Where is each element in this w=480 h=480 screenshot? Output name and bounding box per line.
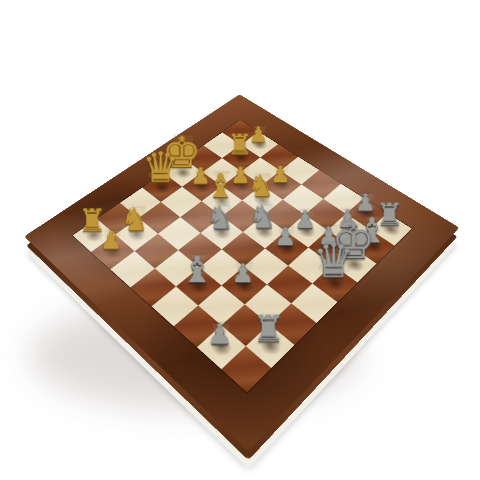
- black-pawn-icon: ♟: [183, 321, 257, 349]
- square-b4[interactable]: [262, 171, 302, 200]
- chess-board: ♚♚♛♛♜♜♜♜♝♝♞♞♞♞♟♟♟♟♟♟♟♟♟♟♚♚♛♛♜♜♜♜♝♝♝♝♞♞♞♞…: [24, 94, 460, 451]
- square-a3[interactable]: [260, 144, 298, 171]
- square-a5[interactable]: [301, 170, 341, 199]
- black-queen-icon: ♛: [299, 237, 368, 284]
- square-c2[interactable]: [203, 158, 242, 186]
- white-pawn-icon: ♟: [211, 164, 271, 187]
- piece-shadow: [226, 147, 257, 168]
- square-a4[interactable]: [280, 157, 319, 185]
- white-pawn-icon: ♟: [171, 165, 231, 188]
- white-pawn-icon: ♟: [250, 163, 310, 186]
- piece-reflection: ♟: [231, 123, 287, 144]
- piece-reflection: ♚: [154, 129, 213, 172]
- piece-reflection: ♛: [132, 146, 192, 187]
- piece-shadow: [186, 175, 218, 198]
- piece-shadow: [245, 134, 275, 154]
- piece-reflection: ♜: [212, 130, 270, 158]
- white-pawn-icon: ♟: [78, 228, 144, 253]
- white-pawn-icon: ♟: [230, 124, 287, 145]
- piece-shadow: [266, 173, 298, 196]
- square-d1[interactable]: [163, 159, 202, 187]
- piece-reflection: ♟: [212, 163, 272, 185]
- piece-shadow: [146, 176, 178, 199]
- square-b3[interactable]: [241, 157, 280, 185]
- board-scene: ♚♚♛♛♜♜♜♜♝♝♞♞♞♞♟♟♟♟♟♟♟♟♟♟♚♚♛♛♜♜♜♜♝♝♝♝♞♞♞♞…: [0, 0, 480, 480]
- piece-reflection: ♞: [232, 170, 293, 200]
- square-b2[interactable]: [222, 145, 260, 172]
- piece-reflection: ♟: [172, 164, 232, 187]
- square-a2[interactable]: [241, 132, 278, 158]
- square-c3[interactable]: [222, 171, 262, 200]
- black-knight-icon: ♞: [188, 202, 252, 233]
- white-king-icon: ♚: [152, 130, 211, 173]
- black-bishop-icon: ♝: [163, 251, 232, 288]
- square-a1[interactable]: [222, 120, 259, 145]
- square-d2[interactable]: [182, 172, 222, 201]
- piece-reflection: ♝: [191, 168, 252, 201]
- square-c1[interactable]: [184, 145, 222, 172]
- white-rook-icon: ♜: [211, 131, 269, 159]
- piece-shadow: [226, 174, 258, 197]
- square-b1[interactable]: [203, 132, 240, 158]
- piece-shadow: [167, 162, 198, 184]
- white-knight-icon: ♞: [231, 171, 292, 201]
- square-e1[interactable]: [142, 173, 182, 202]
- piece-reflection: ♟: [252, 162, 312, 184]
- white-queen-icon: ♛: [131, 147, 191, 188]
- product-photo-chess-set: ♚♚♛♛♜♜♜♜♝♝♞♞♞♞♟♟♟♟♟♟♟♟♟♟♚♚♛♛♜♜♜♜♝♝♝♝♞♞♞♞…: [0, 0, 480, 480]
- white-bishop-icon: ♝: [190, 169, 251, 202]
